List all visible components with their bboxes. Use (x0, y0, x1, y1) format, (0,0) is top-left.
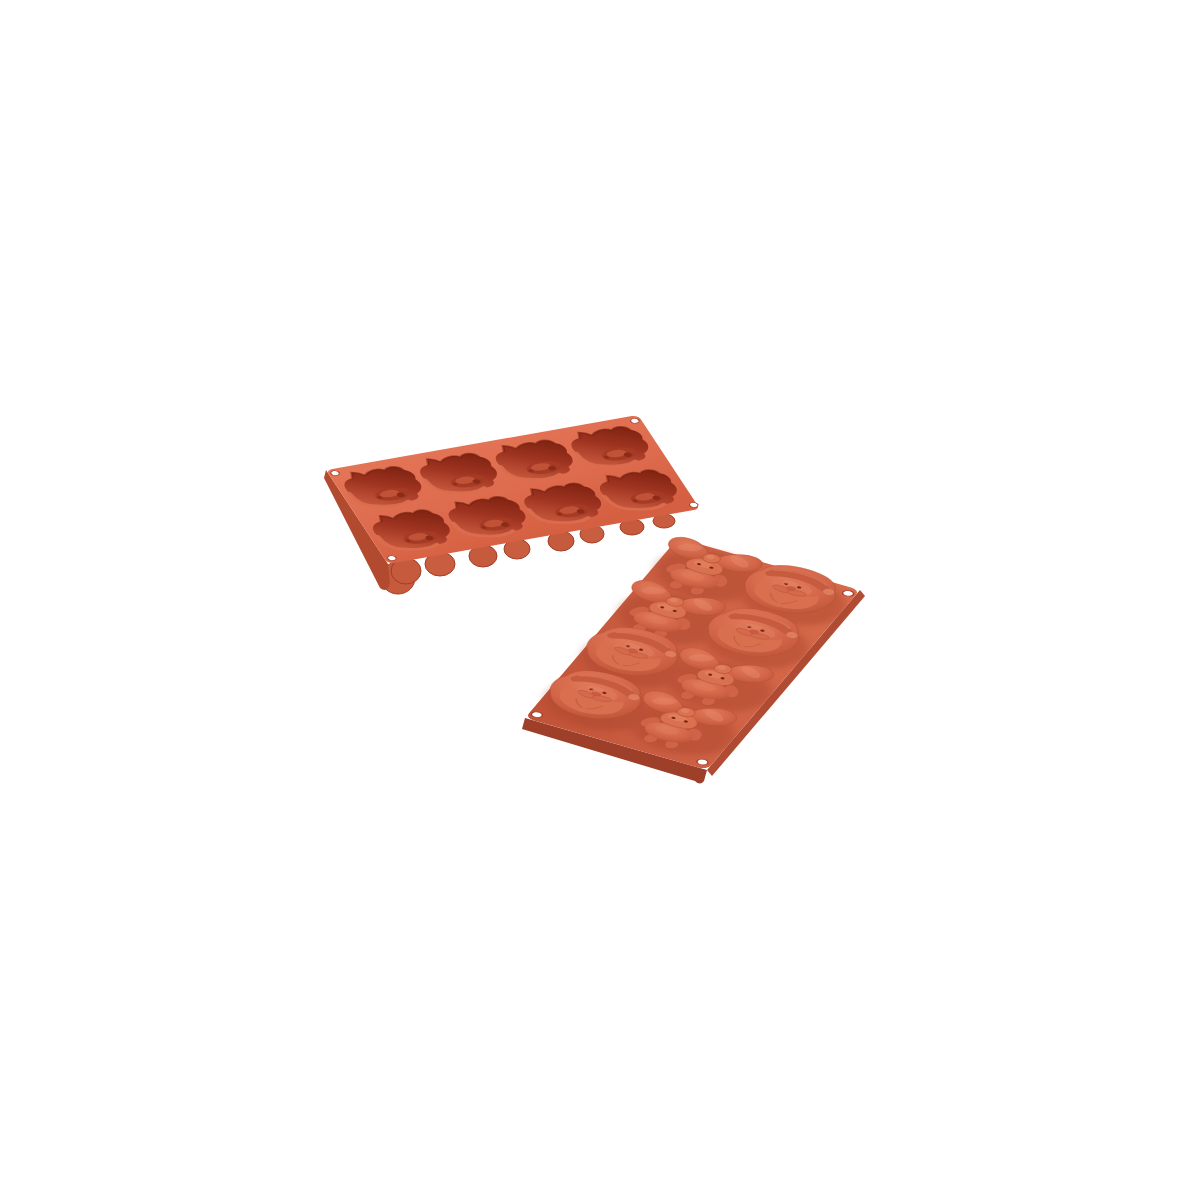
product-photo (0, 0, 1200, 1200)
mold-cavity-side (324, 415, 701, 594)
mold-reverse-side (520, 532, 865, 783)
molds-illustration (0, 0, 1200, 1200)
